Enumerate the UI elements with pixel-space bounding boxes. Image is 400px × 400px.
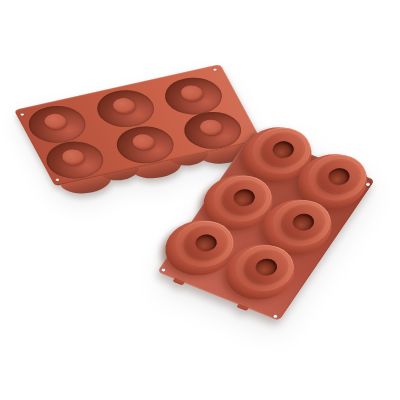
donut-mold-underside-view — [0, 0, 400, 400]
product-photo — [0, 0, 400, 400]
mold-sheet-underside-view — [157, 131, 375, 321]
